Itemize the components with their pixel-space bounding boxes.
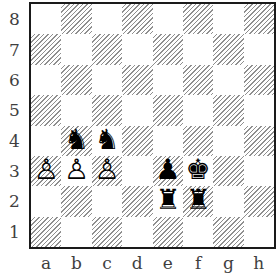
square-g2[interactable] bbox=[213, 186, 243, 216]
square-h7[interactable] bbox=[244, 34, 274, 64]
square-e2[interactable]: ♜ bbox=[153, 186, 183, 216]
square-f3[interactable]: ♚ bbox=[183, 156, 213, 186]
square-g4[interactable] bbox=[213, 126, 243, 156]
chess-diagram: 87654321 ♞♞♙♙♙♟♚♜♜ abcdefgh bbox=[0, 0, 279, 279]
square-g1[interactable] bbox=[213, 217, 243, 247]
square-a4[interactable] bbox=[31, 126, 61, 156]
square-e8[interactable] bbox=[153, 4, 183, 34]
square-h3[interactable] bbox=[244, 156, 274, 186]
square-e5[interactable] bbox=[153, 95, 183, 125]
square-a8[interactable] bbox=[31, 4, 61, 34]
file-label-b: b bbox=[61, 251, 91, 275]
square-c1[interactable] bbox=[92, 217, 122, 247]
rank-label-6: 6 bbox=[0, 65, 29, 95]
square-g8[interactable] bbox=[213, 4, 243, 34]
square-f6[interactable] bbox=[183, 65, 213, 95]
square-e6[interactable] bbox=[153, 65, 183, 95]
square-h8[interactable] bbox=[244, 4, 274, 34]
black-knight: ♞ bbox=[64, 126, 89, 154]
black-rook: ♜ bbox=[155, 186, 180, 214]
square-e3[interactable]: ♟ bbox=[153, 156, 183, 186]
file-label-h: h bbox=[244, 251, 274, 275]
file-label-c: c bbox=[92, 251, 122, 275]
square-g7[interactable] bbox=[213, 34, 243, 64]
square-c2[interactable] bbox=[92, 186, 122, 216]
square-e1[interactable] bbox=[153, 217, 183, 247]
square-f2[interactable]: ♜ bbox=[183, 186, 213, 216]
square-b1[interactable] bbox=[61, 217, 91, 247]
square-h2[interactable] bbox=[244, 186, 274, 216]
square-b4[interactable]: ♞ bbox=[61, 126, 91, 156]
file-labels: abcdefgh bbox=[31, 251, 274, 275]
square-d1[interactable] bbox=[122, 217, 152, 247]
square-f1[interactable] bbox=[183, 217, 213, 247]
square-a2[interactable] bbox=[31, 186, 61, 216]
square-d5[interactable] bbox=[122, 95, 152, 125]
file-label-d: d bbox=[122, 251, 152, 275]
square-g5[interactable] bbox=[213, 95, 243, 125]
black-king: ♚ bbox=[186, 156, 211, 184]
square-a1[interactable] bbox=[31, 217, 61, 247]
square-e7[interactable] bbox=[153, 34, 183, 64]
square-f8[interactable] bbox=[183, 4, 213, 34]
square-c5[interactable] bbox=[92, 95, 122, 125]
square-b8[interactable] bbox=[61, 4, 91, 34]
rank-label-5: 5 bbox=[0, 95, 29, 125]
square-f4[interactable] bbox=[183, 126, 213, 156]
square-h5[interactable] bbox=[244, 95, 274, 125]
square-d8[interactable] bbox=[122, 4, 152, 34]
square-a5[interactable] bbox=[31, 95, 61, 125]
square-c3[interactable]: ♙ bbox=[92, 156, 122, 186]
square-c8[interactable] bbox=[92, 4, 122, 34]
square-b5[interactable] bbox=[61, 95, 91, 125]
rank-label-2: 2 bbox=[0, 186, 29, 216]
rank-label-1: 1 bbox=[0, 217, 29, 247]
square-e4[interactable] bbox=[153, 126, 183, 156]
file-label-g: g bbox=[213, 251, 243, 275]
black-rook: ♜ bbox=[186, 186, 211, 214]
white-pawn: ♙ bbox=[94, 156, 119, 184]
file-label-f: f bbox=[183, 251, 213, 275]
square-d4[interactable] bbox=[122, 126, 152, 156]
white-pawn: ♙ bbox=[34, 156, 59, 184]
chess-board[interactable]: ♞♞♙♙♙♟♚♜♜ bbox=[29, 2, 276, 249]
square-b3[interactable]: ♙ bbox=[61, 156, 91, 186]
file-label-e: e bbox=[153, 251, 183, 275]
square-c6[interactable] bbox=[92, 65, 122, 95]
black-pawn: ♟ bbox=[155, 156, 180, 184]
rank-label-8: 8 bbox=[0, 4, 29, 34]
square-h1[interactable] bbox=[244, 217, 274, 247]
square-c7[interactable] bbox=[92, 34, 122, 64]
square-d6[interactable] bbox=[122, 65, 152, 95]
file-label-a: a bbox=[31, 251, 61, 275]
square-b2[interactable] bbox=[61, 186, 91, 216]
square-d3[interactable] bbox=[122, 156, 152, 186]
square-h6[interactable] bbox=[244, 65, 274, 95]
rank-label-4: 4 bbox=[0, 126, 29, 156]
square-g3[interactable] bbox=[213, 156, 243, 186]
square-f5[interactable] bbox=[183, 95, 213, 125]
square-a7[interactable] bbox=[31, 34, 61, 64]
square-d2[interactable] bbox=[122, 186, 152, 216]
square-b6[interactable] bbox=[61, 65, 91, 95]
white-pawn: ♙ bbox=[64, 156, 89, 184]
rank-labels: 87654321 bbox=[0, 4, 29, 247]
black-knight: ♞ bbox=[94, 126, 119, 154]
rank-label-3: 3 bbox=[0, 156, 29, 186]
square-a6[interactable] bbox=[31, 65, 61, 95]
square-f7[interactable] bbox=[183, 34, 213, 64]
rank-label-7: 7 bbox=[0, 34, 29, 64]
square-c4[interactable]: ♞ bbox=[92, 126, 122, 156]
square-h4[interactable] bbox=[244, 126, 274, 156]
square-d7[interactable] bbox=[122, 34, 152, 64]
square-g6[interactable] bbox=[213, 65, 243, 95]
square-b7[interactable] bbox=[61, 34, 91, 64]
square-a3[interactable]: ♙ bbox=[31, 156, 61, 186]
